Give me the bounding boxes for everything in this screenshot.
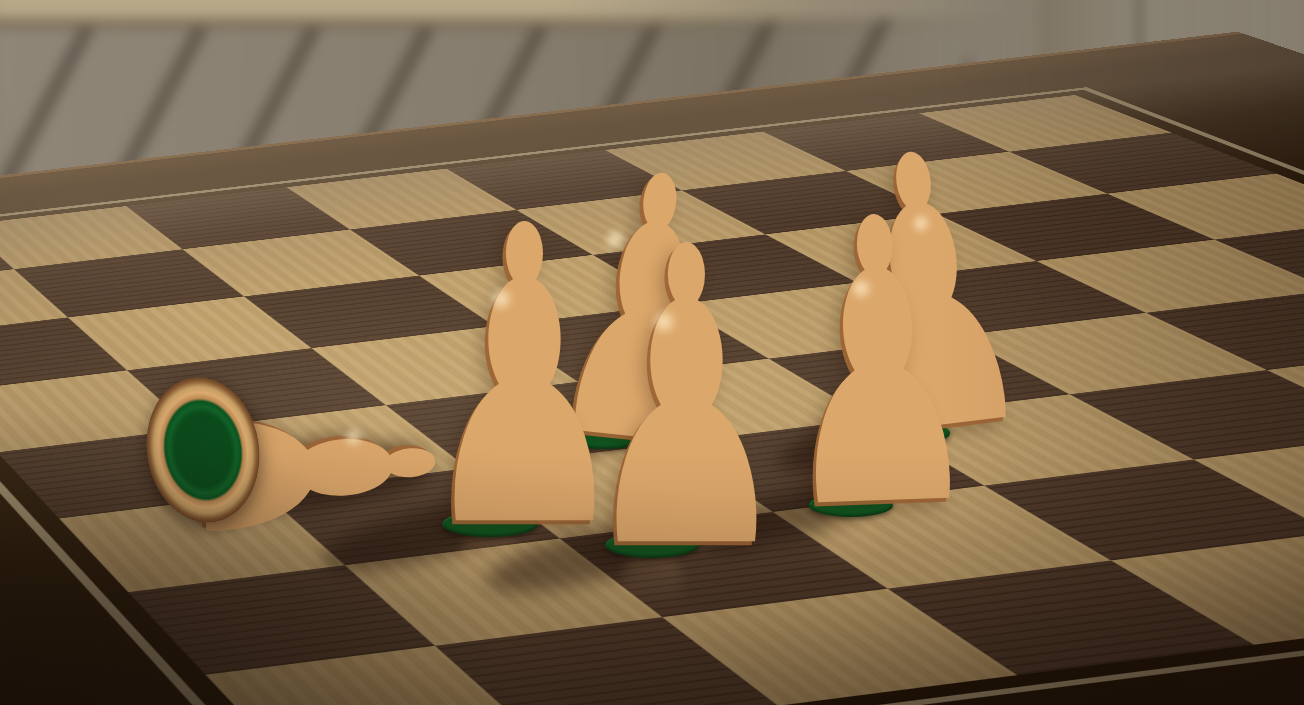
piece-layer: ♟♟♟♟♟♟ — [0, 0, 1304, 705]
chess-scene: ♟♟♟♟♟♟ — [0, 0, 1304, 705]
white-pawn-glyph: ♟ — [773, 168, 921, 564]
white-pawn-glyph: ♟ — [420, 174, 560, 584]
white-pawn-glyph: ♟ — [582, 195, 722, 605]
ball-highlight — [344, 428, 366, 450]
